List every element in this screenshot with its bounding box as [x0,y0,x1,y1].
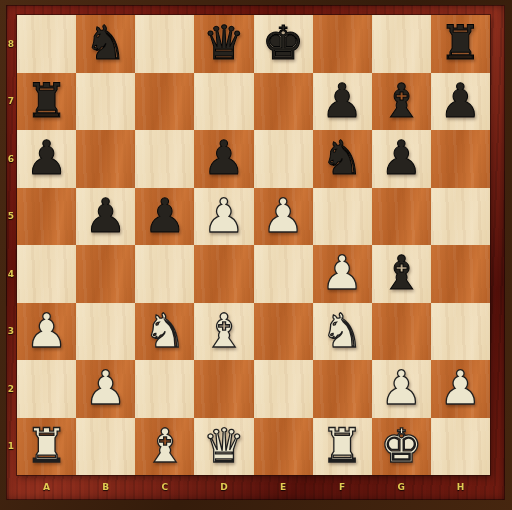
square-d3[interactable]: ♝ [194,303,253,361]
square-f4[interactable]: ♟ [313,245,372,303]
square-g6[interactable]: ♟ [372,130,431,188]
piece-white-queen[interactable]: ♛ [203,422,245,469]
square-e6[interactable] [254,130,313,188]
square-e8[interactable]: ♚ [254,15,313,73]
file-label-f: F [313,477,372,497]
square-h2[interactable]: ♟ [431,360,490,418]
piece-black-knight[interactable]: ♞ [85,19,127,66]
square-a6[interactable]: ♟ [17,130,76,188]
square-e1[interactable] [254,418,313,476]
rank-label-7: 7 [5,73,17,131]
square-a7[interactable]: ♜ [17,73,76,131]
square-b8[interactable]: ♞ [76,15,135,73]
piece-white-pawn[interactable]: ♟ [25,307,67,354]
piece-black-king[interactable]: ♚ [262,19,304,66]
square-c3[interactable]: ♞ [135,303,194,361]
square-f1[interactable]: ♜ [313,418,372,476]
piece-white-pawn[interactable]: ♟ [321,249,363,296]
rank-label-3: 3 [5,303,17,361]
piece-white-bishop[interactable]: ♝ [144,422,186,469]
square-b4[interactable] [76,245,135,303]
piece-black-rook[interactable]: ♜ [439,19,481,66]
file-label-c: C [135,477,194,497]
piece-white-knight[interactable]: ♞ [144,307,186,354]
piece-black-rook[interactable]: ♜ [25,77,67,124]
piece-white-rook[interactable]: ♜ [321,422,363,469]
square-d7[interactable] [194,73,253,131]
square-f2[interactable] [313,360,372,418]
square-h8[interactable]: ♜ [431,15,490,73]
square-a5[interactable] [17,188,76,246]
piece-white-king[interactable]: ♚ [380,422,422,469]
file-label-g: G [372,477,431,497]
piece-black-knight[interactable]: ♞ [321,134,363,181]
square-h1[interactable] [431,418,490,476]
square-h5[interactable] [431,188,490,246]
square-d1[interactable]: ♛ [194,418,253,476]
piece-black-queen[interactable]: ♛ [203,19,245,66]
square-g5[interactable] [372,188,431,246]
rank-label-6: 6 [5,130,17,188]
square-h6[interactable] [431,130,490,188]
board: ♞♛♚♜♜♟♝♟♟♟♞♟♟♟♟♟♟♝♟♞♝♞♟♟♟♜♝♛♜♚ [17,15,490,475]
piece-black-pawn[interactable]: ♟ [439,77,481,124]
piece-black-bishop[interactable]: ♝ [380,77,422,124]
square-d8[interactable]: ♛ [194,15,253,73]
square-d6[interactable]: ♟ [194,130,253,188]
square-b7[interactable] [76,73,135,131]
square-c6[interactable] [135,130,194,188]
square-f7[interactable]: ♟ [313,73,372,131]
square-a2[interactable] [17,360,76,418]
square-c1[interactable]: ♝ [135,418,194,476]
square-e2[interactable] [254,360,313,418]
square-a3[interactable]: ♟ [17,303,76,361]
piece-white-pawn[interactable]: ♟ [262,192,304,239]
rank-label-4: 4 [5,245,17,303]
piece-white-pawn[interactable]: ♟ [85,364,127,411]
square-g4[interactable]: ♝ [372,245,431,303]
square-f6[interactable]: ♞ [313,130,372,188]
square-h7[interactable]: ♟ [431,73,490,131]
square-f8[interactable] [313,15,372,73]
square-g7[interactable]: ♝ [372,73,431,131]
file-label-e: E [254,477,313,497]
square-c5[interactable]: ♟ [135,188,194,246]
piece-black-pawn[interactable]: ♟ [203,134,245,181]
piece-black-pawn[interactable]: ♟ [380,134,422,181]
file-label-a: A [17,477,76,497]
piece-white-pawn[interactable]: ♟ [203,192,245,239]
square-g3[interactable] [372,303,431,361]
square-d4[interactable] [194,245,253,303]
square-e4[interactable] [254,245,313,303]
square-g2[interactable]: ♟ [372,360,431,418]
square-b5[interactable]: ♟ [76,188,135,246]
square-c8[interactable] [135,15,194,73]
square-c4[interactable] [135,245,194,303]
file-label-d: D [194,477,253,497]
square-e3[interactable] [254,303,313,361]
rank-label-2: 2 [5,360,17,418]
file-label-b: B [76,477,135,497]
square-d5[interactable]: ♟ [194,188,253,246]
square-e7[interactable] [254,73,313,131]
square-f3[interactable]: ♞ [313,303,372,361]
square-a4[interactable] [17,245,76,303]
square-e5[interactable]: ♟ [254,188,313,246]
square-g8[interactable] [372,15,431,73]
piece-black-pawn[interactable]: ♟ [25,134,67,181]
square-d2[interactable] [194,360,253,418]
square-b2[interactable]: ♟ [76,360,135,418]
piece-black-pawn[interactable]: ♟ [321,77,363,124]
rank-label-8: 8 [5,15,17,73]
piece-white-knight[interactable]: ♞ [321,307,363,354]
square-c2[interactable] [135,360,194,418]
piece-white-bishop[interactable]: ♝ [203,307,245,354]
square-g1[interactable]: ♚ [372,418,431,476]
square-h4[interactable] [431,245,490,303]
square-a8[interactable] [17,15,76,73]
piece-white-pawn[interactable]: ♟ [439,364,481,411]
rank-labels: 87654321 [5,15,17,475]
piece-black-pawn[interactable]: ♟ [144,192,186,239]
square-b6[interactable] [76,130,135,188]
piece-white-pawn[interactable]: ♟ [380,364,422,411]
piece-black-pawn[interactable]: ♟ [85,192,127,239]
square-f5[interactable] [313,188,372,246]
piece-white-rook[interactable]: ♜ [25,422,67,469]
rank-label-1: 1 [5,418,17,476]
rank-label-5: 5 [5,188,17,246]
square-b1[interactable] [76,418,135,476]
square-a1[interactable]: ♜ [17,418,76,476]
square-c7[interactable] [135,73,194,131]
square-h3[interactable] [431,303,490,361]
file-label-h: H [431,477,490,497]
square-b3[interactable] [76,303,135,361]
file-labels: ABCDEFGH [17,477,490,497]
piece-black-bishop[interactable]: ♝ [380,249,422,296]
